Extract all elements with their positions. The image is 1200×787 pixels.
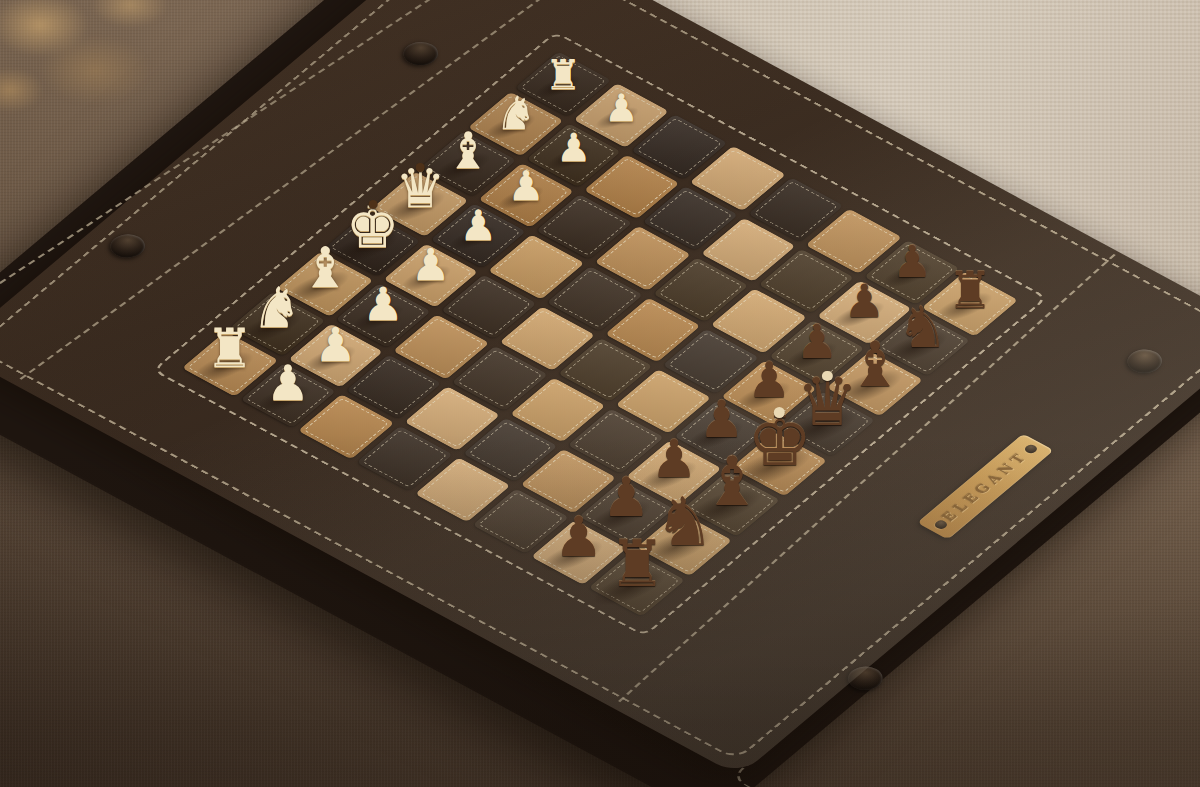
piece-white-knight-b1[interactable]: ♞ [495, 90, 536, 136]
pawn-glyph: ♟ [844, 278, 885, 324]
pawn-glyph: ♟ [411, 243, 450, 287]
piece-black-pawn-c7[interactable]: ♟ [796, 318, 838, 365]
piece-black-pawn-e7[interactable]: ♟ [699, 394, 745, 445]
bishop-glyph: ♝ [445, 126, 490, 176]
finial-cream [774, 407, 785, 418]
finial-dark [368, 200, 377, 209]
knight-glyph: ♞ [252, 280, 302, 336]
scene: ELEGANT ♜♞♝♛♚♝♞♜♟♟♟♟♟♟♟♟♟♟♟♟♟♟♟♟♜♞♝♛♚♝♞♜ [0, 0, 1200, 787]
piece-white-pawn-a2[interactable]: ♟ [604, 89, 638, 127]
knight-glyph: ♞ [897, 299, 948, 356]
pawn-glyph: ♟ [266, 359, 310, 408]
piece-white-bishop-f1[interactable]: ♝ [300, 240, 350, 296]
pawn-glyph: ♟ [892, 240, 931, 284]
pawn-glyph: ♟ [604, 89, 638, 127]
pawn-glyph: ♟ [363, 281, 404, 327]
piece-black-rook-h8[interactable]: ♜ [608, 532, 665, 596]
piece-black-pawn-a7[interactable]: ♟ [892, 240, 931, 284]
piece-white-king-e1[interactable]: ♚ [346, 196, 400, 256]
piece-white-pawn-d2[interactable]: ♟ [460, 205, 498, 247]
rook-glyph: ♜ [545, 55, 582, 96]
pawn-glyph: ♟ [460, 205, 498, 247]
pawn-glyph: ♟ [314, 321, 356, 368]
piece-white-rook-h1[interactable]: ♜ [206, 322, 254, 376]
piece-white-pawn-b2[interactable]: ♟ [556, 128, 591, 167]
piece-white-knight-g1[interactable]: ♞ [252, 280, 302, 336]
rook-glyph: ♜ [608, 532, 665, 596]
pawn-glyph: ♟ [556, 128, 591, 167]
pawn-glyph: ♟ [554, 510, 603, 565]
piece-white-queen-d1[interactable]: ♛ [395, 160, 445, 216]
piece-black-pawn-f7[interactable]: ♟ [651, 433, 698, 485]
piece-black-pawn-g7[interactable]: ♟ [602, 471, 650, 525]
knight-glyph: ♞ [495, 90, 536, 136]
pawn-glyph: ♟ [796, 318, 838, 365]
pawn-glyph: ♟ [602, 471, 650, 525]
pawn-glyph: ♟ [508, 166, 545, 207]
piece-white-pawn-f2[interactable]: ♟ [363, 281, 404, 327]
rook-glyph: ♜ [947, 265, 993, 316]
piece-white-pawn-c2[interactable]: ♟ [508, 166, 545, 207]
piece-black-rook-a8[interactable]: ♜ [947, 265, 993, 316]
piece-white-pawn-e2[interactable]: ♟ [411, 243, 450, 287]
piece-white-pawn-h2[interactable]: ♟ [266, 359, 310, 408]
piece-white-pawn-g2[interactable]: ♟ [314, 321, 356, 368]
piece-white-rook-a1[interactable]: ♜ [545, 55, 582, 96]
piece-black-knight-b8[interactable]: ♞ [897, 299, 948, 356]
bishop-glyph: ♝ [300, 240, 350, 296]
pawn-glyph: ♟ [699, 394, 745, 445]
piece-black-pawn-h7[interactable]: ♟ [554, 510, 603, 565]
pawn-glyph: ♟ [651, 433, 698, 485]
rook-glyph: ♜ [206, 322, 254, 376]
piece-black-pawn-b7[interactable]: ♟ [844, 278, 885, 324]
pieces-layer: ♜♞♝♛♚♝♞♜♟♟♟♟♟♟♟♟♟♟♟♟♟♟♟♟♜♞♝♛♚♝♞♜ [0, 0, 1200, 787]
piece-white-bishop-c1[interactable]: ♝ [445, 126, 490, 176]
